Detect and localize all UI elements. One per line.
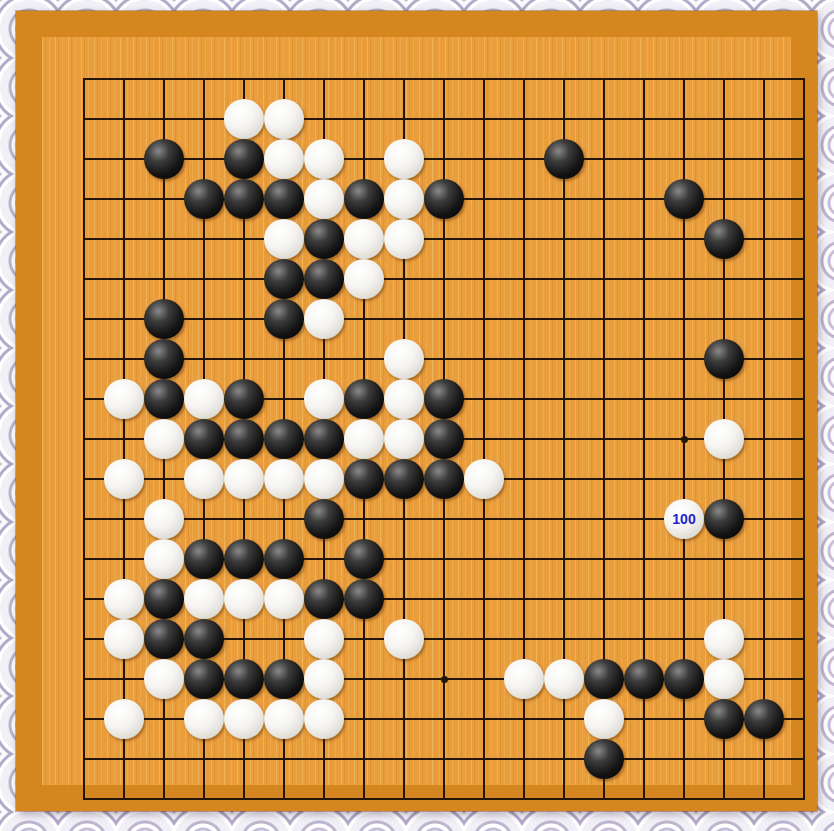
stone-white <box>384 179 424 219</box>
grid-line-vertical <box>803 78 805 800</box>
stone-white <box>104 619 144 659</box>
stone-black <box>224 419 264 459</box>
stone-black <box>344 459 384 499</box>
stone-black <box>224 379 264 419</box>
stone-black <box>664 179 704 219</box>
star-point <box>441 676 448 683</box>
stone-white <box>704 659 744 699</box>
stone-black <box>224 659 264 699</box>
stone-black <box>144 379 184 419</box>
stone-white <box>384 379 424 419</box>
stone-white <box>264 579 304 619</box>
stone-black <box>424 179 464 219</box>
stone-white <box>304 139 344 179</box>
stone-black <box>264 539 304 579</box>
stone-black <box>344 379 384 419</box>
stone-black <box>224 179 264 219</box>
stone-white <box>704 619 744 659</box>
stone-white <box>264 459 304 499</box>
stone-black <box>144 299 184 339</box>
stone-white <box>104 579 144 619</box>
stone-black <box>424 419 464 459</box>
stone-black <box>264 299 304 339</box>
stone-black <box>304 259 344 299</box>
stone-black <box>584 739 624 779</box>
stone-black <box>184 179 224 219</box>
stone-white <box>184 699 224 739</box>
stone-white <box>144 659 184 699</box>
move-number-label: 100 <box>672 512 695 526</box>
stone-white <box>544 659 584 699</box>
stone-black <box>144 139 184 179</box>
stone-white <box>344 259 384 299</box>
stone-white <box>144 499 184 539</box>
stone-black <box>184 659 224 699</box>
stone-white <box>384 139 424 179</box>
stone-white <box>504 659 544 699</box>
stone-black <box>704 219 744 259</box>
stone-white <box>384 339 424 379</box>
stone-white <box>304 659 344 699</box>
stone-white <box>304 379 344 419</box>
desktop-background: { "game": "Go (19x19)", "board_size": 19… <box>0 0 834 831</box>
stone-white <box>344 419 384 459</box>
stone-white <box>184 579 224 619</box>
stone-white <box>304 619 344 659</box>
stone-white <box>304 699 344 739</box>
go-board[interactable]: 100 <box>16 11 817 811</box>
stone-white <box>224 99 264 139</box>
grid-line-vertical <box>483 78 485 800</box>
stone-white <box>704 419 744 459</box>
stone-black <box>704 699 744 739</box>
grid-line-horizontal <box>83 798 805 800</box>
stone-black <box>424 459 464 499</box>
stone-white <box>104 379 144 419</box>
stone-black <box>664 659 704 699</box>
stone-white <box>304 299 344 339</box>
stone-black <box>264 259 304 299</box>
stone-black <box>184 539 224 579</box>
stone-black <box>224 539 264 579</box>
stone-white <box>264 699 304 739</box>
stone-black <box>264 659 304 699</box>
stone-white <box>144 419 184 459</box>
stone-white <box>184 459 224 499</box>
stone-black <box>264 179 304 219</box>
stone-black <box>584 659 624 699</box>
stone-black <box>144 339 184 379</box>
stone-white <box>464 459 504 499</box>
stone-black <box>344 579 384 619</box>
stone-black <box>144 579 184 619</box>
last-move-stone: 100 <box>664 499 704 539</box>
stone-black <box>384 459 424 499</box>
stone-white <box>184 379 224 419</box>
grid-line-horizontal <box>83 758 805 760</box>
stone-white <box>304 459 344 499</box>
stone-black <box>744 699 784 739</box>
stone-black <box>304 499 344 539</box>
stone-black <box>344 179 384 219</box>
stone-white <box>264 99 304 139</box>
stone-white <box>384 419 424 459</box>
stone-white <box>344 219 384 259</box>
stone-black <box>304 579 344 619</box>
stone-black <box>184 619 224 659</box>
stone-white <box>224 459 264 499</box>
stone-white <box>384 219 424 259</box>
stone-black <box>544 139 584 179</box>
stone-black <box>304 419 344 459</box>
stone-black <box>624 659 664 699</box>
stone-black <box>424 379 464 419</box>
stone-black <box>184 419 224 459</box>
stone-white <box>304 179 344 219</box>
stone-white <box>104 699 144 739</box>
stone-white <box>224 699 264 739</box>
stone-white <box>224 579 264 619</box>
stone-black <box>224 139 264 179</box>
stone-black <box>704 339 744 379</box>
stone-white <box>144 539 184 579</box>
grid-line-vertical <box>763 78 765 800</box>
stone-black <box>704 499 744 539</box>
stone-white <box>384 619 424 659</box>
stone-black <box>264 419 304 459</box>
stone-white <box>584 699 624 739</box>
stone-black <box>344 539 384 579</box>
star-point <box>681 436 688 443</box>
stone-white <box>104 459 144 499</box>
stone-black <box>304 219 344 259</box>
stone-white <box>264 139 304 179</box>
stone-white <box>264 219 304 259</box>
stone-black <box>144 619 184 659</box>
